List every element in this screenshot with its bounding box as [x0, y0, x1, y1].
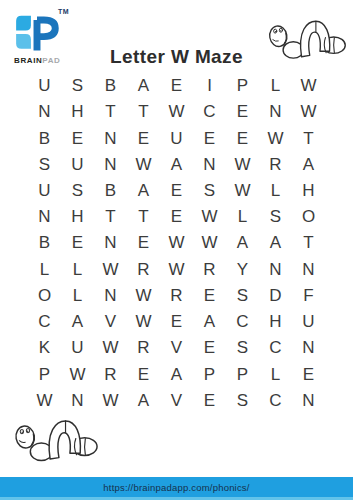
grid-cell-r12c6: P [193, 362, 226, 388]
grid-cell-r4c8: R [259, 152, 292, 178]
grid-cell-r9c8: D [259, 283, 292, 309]
grid-cell-r10c2: A [61, 309, 94, 335]
grid-cell-r5c5: E [160, 178, 193, 204]
grid-cell-r1c1: U [28, 73, 61, 99]
grid-cell-r10c7: C [226, 309, 259, 335]
grid-cell-r4c5: A [160, 152, 193, 178]
grid-cell-r13c7: S [226, 388, 259, 414]
grid-cell-r4c3: N [94, 152, 127, 178]
grid-cell-r7c2: E [61, 230, 94, 256]
grid-cell-r3c3: N [94, 125, 127, 151]
grid-cell-r6c1: N [28, 204, 61, 230]
footer-link[interactable]: https://brainpadapp.com/phonics/ [103, 482, 249, 493]
grid-cell-r5c7: W [226, 178, 259, 204]
grid-cell-r7c8: A [259, 230, 292, 256]
grid-cell-r12c2: W [61, 362, 94, 388]
grid-cell-r11c7: S [226, 335, 259, 361]
grid-cell-r5c4: A [127, 178, 160, 204]
grid-cell-r9c1: O [28, 283, 61, 309]
grid-cell-r6c4: T [127, 204, 160, 230]
grid-cell-r10c3: V [94, 309, 127, 335]
grid-cell-r10c8: H [259, 309, 292, 335]
grid-cell-r1c7: P [226, 73, 259, 99]
grid-cell-r2c9: W [292, 99, 325, 125]
grid-cell-r5c9: H [292, 178, 325, 204]
grid-cell-r9c6: E [193, 283, 226, 309]
grid-cell-r1c2: S [61, 73, 94, 99]
grid-cell-r6c5: E [160, 204, 193, 230]
grid-cell-r3c1: B [28, 125, 61, 151]
grid-cell-r7c9: T [292, 230, 325, 256]
grid-cell-r3c5: U [160, 125, 193, 151]
grid-cell-r9c4: W [127, 283, 160, 309]
grid-cell-r9c3: N [94, 283, 127, 309]
grid-cell-r12c4: E [127, 362, 160, 388]
grid-cell-r2c3: T [94, 99, 127, 125]
worksheet-page: TM BRAINPAD Letter W Maze [0, 0, 353, 500]
grid-cell-r1c5: E [160, 73, 193, 99]
grid-cell-r10c6: A [193, 309, 226, 335]
grid-cell-r3c2: E [61, 125, 94, 151]
grid-cell-r7c4: E [127, 230, 160, 256]
grid-cell-r9c9: F [292, 283, 325, 309]
grid-cell-r12c1: P [28, 362, 61, 388]
grid-cell-r13c4: A [127, 388, 160, 414]
grid-cell-r3c4: E [127, 125, 160, 151]
grid-cell-r11c9: N [292, 335, 325, 361]
grid-cell-r2c6: C [193, 99, 226, 125]
grid-cell-r12c7: P [226, 362, 259, 388]
grid-cell-r11c5: V [160, 335, 193, 361]
grid-cell-r10c9: U [292, 309, 325, 335]
grid-cell-r11c8: C [259, 335, 292, 361]
grid-cell-r4c1: S [28, 152, 61, 178]
word-search-grid: USBAEIPLWNHTTWCENWBENEUEEWTSUNWANWRAUSBA… [28, 73, 325, 414]
grid-cell-r4c4: W [127, 152, 160, 178]
grid-cell-r7c6: W [193, 230, 226, 256]
grid-cell-r5c1: U [28, 178, 61, 204]
grid-cell-r5c8: L [259, 178, 292, 204]
grid-cell-r7c5: W [160, 230, 193, 256]
grid-cell-r1c3: B [94, 73, 127, 99]
grid-cell-r1c4: A [127, 73, 160, 99]
grid-cell-r6c2: H [61, 204, 94, 230]
grid-cell-r6c3: T [94, 204, 127, 230]
grid-cell-r10c1: C [28, 309, 61, 335]
grid-cell-r4c7: W [226, 152, 259, 178]
grid-cell-r4c6: N [193, 152, 226, 178]
grid-cell-r8c6: R [193, 257, 226, 283]
grid-cell-r11c1: K [28, 335, 61, 361]
grid-cell-r13c3: W [94, 388, 127, 414]
grid-cell-r13c6: E [193, 388, 226, 414]
grid-cell-r11c3: W [94, 335, 127, 361]
grid-cell-r4c2: U [61, 152, 94, 178]
grid-cell-r8c9: N [292, 257, 325, 283]
grid-cell-r8c2: L [61, 257, 94, 283]
grid-cell-r1c9: W [292, 73, 325, 99]
grid-cell-r8c4: R [127, 257, 160, 283]
worm-icon [12, 412, 100, 468]
grid-cell-r7c3: N [94, 230, 127, 256]
grid-cell-r2c4: T [127, 99, 160, 125]
grid-cell-r2c8: N [259, 99, 292, 125]
grid-cell-r12c5: A [160, 362, 193, 388]
grid-cell-r2c5: W [160, 99, 193, 125]
grid-cell-r11c4: R [127, 335, 160, 361]
grid-cell-r3c6: E [193, 125, 226, 151]
grid-cell-r8c5: W [160, 257, 193, 283]
grid-cell-r8c1: L [28, 257, 61, 283]
grid-cell-r9c7: S [226, 283, 259, 309]
grid-cell-r11c2: U [61, 335, 94, 361]
trademark-label: TM [58, 8, 69, 15]
grid-cell-r5c6: S [193, 178, 226, 204]
grid-cell-r8c3: W [94, 257, 127, 283]
grid-cell-r5c2: S [61, 178, 94, 204]
footer-bar: https://brainpadapp.com/phonics/ [0, 477, 353, 500]
grid-cell-r1c6: I [193, 73, 226, 99]
grid-cell-r6c7: L [226, 204, 259, 230]
grid-cell-r3c8: W [259, 125, 292, 151]
grid-cell-r13c2: N [61, 388, 94, 414]
grid-cell-r10c4: W [127, 309, 160, 335]
grid-cell-r12c3: R [94, 362, 127, 388]
grid-cell-r13c1: W [28, 388, 61, 414]
grid-cell-r13c5: V [160, 388, 193, 414]
grid-cell-r4c9: A [292, 152, 325, 178]
grid-cell-r8c7: Y [226, 257, 259, 283]
grid-cell-r1c8: L [259, 73, 292, 99]
grid-cell-r3c7: E [226, 125, 259, 151]
grid-cell-r3c9: T [292, 125, 325, 151]
grid-cell-r6c6: W [193, 204, 226, 230]
grid-cell-r10c5: E [160, 309, 193, 335]
grid-cell-r2c2: H [61, 99, 94, 125]
grid-cell-r12c8: L [259, 362, 292, 388]
grid-cell-r5c3: B [94, 178, 127, 204]
grid-cell-r12c9: E [292, 362, 325, 388]
grid-cell-r7c1: B [28, 230, 61, 256]
grid-cell-r13c8: C [259, 388, 292, 414]
grid-cell-r9c5: R [160, 283, 193, 309]
grid-cell-r11c6: E [193, 335, 226, 361]
grid-cell-r6c9: O [292, 204, 325, 230]
grid-cell-r8c8: N [259, 257, 292, 283]
grid-cell-r2c7: E [226, 99, 259, 125]
grid-cell-r13c9: N [292, 388, 325, 414]
grid-cell-r9c2: L [61, 283, 94, 309]
grid-cell-r6c8: S [259, 204, 292, 230]
grid-cell-r7c7: A [226, 230, 259, 256]
worm-icon [266, 12, 348, 66]
grid-cell-r2c1: N [28, 99, 61, 125]
